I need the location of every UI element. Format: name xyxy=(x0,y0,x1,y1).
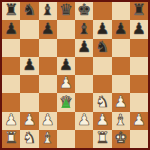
square-a1[interactable]: ♜ xyxy=(2,130,20,148)
square-e6[interactable]: ♟ xyxy=(75,39,93,57)
square-d3[interactable]: ♛ xyxy=(57,93,75,111)
square-a5[interactable] xyxy=(2,57,20,75)
square-d5[interactable]: ♟ xyxy=(57,57,75,75)
square-c7[interactable]: ♟ xyxy=(39,20,57,38)
square-g6[interactable] xyxy=(112,39,130,57)
white-pawn[interactable]: ♟ xyxy=(22,112,36,128)
square-b8[interactable]: ♞ xyxy=(20,2,38,20)
black-king[interactable]: ♚ xyxy=(77,3,91,19)
square-h5[interactable] xyxy=(130,57,148,75)
white-pawn[interactable]: ♟ xyxy=(59,76,73,92)
square-e3[interactable] xyxy=(75,93,93,111)
square-e1[interactable] xyxy=(75,130,93,148)
square-c4[interactable] xyxy=(39,75,57,93)
white-queen[interactable]: ♛ xyxy=(59,94,73,110)
white-king[interactable]: ♚ xyxy=(114,131,128,147)
square-d1[interactable] xyxy=(57,130,75,148)
square-f2[interactable]: ♟ xyxy=(93,112,111,130)
square-h8[interactable]: ♜ xyxy=(130,2,148,20)
square-a3[interactable] xyxy=(2,93,20,111)
white-pawn[interactable]: ♟ xyxy=(41,112,55,128)
square-f1[interactable]: ♜ xyxy=(93,130,111,148)
square-h6[interactable] xyxy=(130,39,148,57)
white-pawn[interactable]: ♟ xyxy=(77,112,91,128)
square-a6[interactable] xyxy=(2,39,20,57)
black-bishop[interactable]: ♝ xyxy=(77,21,91,37)
white-bishop[interactable]: ♝ xyxy=(41,131,55,147)
black-pawn[interactable]: ♟ xyxy=(4,21,18,37)
square-d2[interactable] xyxy=(57,112,75,130)
square-b5[interactable]: ♟ xyxy=(20,57,38,75)
square-g4[interactable] xyxy=(112,75,130,93)
square-f4[interactable] xyxy=(93,75,111,93)
white-pawn[interactable]: ♟ xyxy=(114,94,128,110)
square-g2[interactable]: ♝ xyxy=(112,112,130,130)
square-f5[interactable] xyxy=(93,57,111,75)
black-knight[interactable]: ♞ xyxy=(95,39,109,55)
square-h3[interactable] xyxy=(130,93,148,111)
white-knight[interactable]: ♞ xyxy=(95,94,109,110)
black-pawn[interactable]: ♟ xyxy=(114,21,128,37)
square-c1[interactable]: ♝ xyxy=(39,130,57,148)
square-c6[interactable] xyxy=(39,39,57,57)
black-queen[interactable]: ♛ xyxy=(59,3,73,19)
black-knight[interactable]: ♞ xyxy=(22,3,36,19)
square-h2[interactable]: ♟ xyxy=(130,112,148,130)
square-g8[interactable] xyxy=(112,2,130,20)
white-pawn[interactable]: ♟ xyxy=(132,112,146,128)
square-d8[interactable]: ♛ xyxy=(57,2,75,20)
square-d6[interactable] xyxy=(57,39,75,57)
square-d7[interactable] xyxy=(57,20,75,38)
square-f7[interactable]: ♟ xyxy=(93,20,111,38)
square-h1[interactable] xyxy=(130,130,148,148)
square-f3[interactable]: ♞ xyxy=(93,93,111,111)
square-h4[interactable] xyxy=(130,75,148,93)
square-c2[interactable]: ♟ xyxy=(39,112,57,130)
square-h7[interactable]: ♟ xyxy=(130,20,148,38)
square-b6[interactable] xyxy=(20,39,38,57)
square-b2[interactable]: ♟ xyxy=(20,112,38,130)
white-pawn[interactable]: ♟ xyxy=(95,112,109,128)
square-g3[interactable]: ♟ xyxy=(112,93,130,111)
square-f6[interactable]: ♞ xyxy=(93,39,111,57)
square-g1[interactable]: ♚ xyxy=(112,130,130,148)
black-rook[interactable]: ♜ xyxy=(4,3,18,19)
black-pawn[interactable]: ♟ xyxy=(132,21,146,37)
white-rook[interactable]: ♜ xyxy=(95,131,109,147)
square-a8[interactable]: ♜ xyxy=(2,2,20,20)
black-pawn[interactable]: ♟ xyxy=(95,21,109,37)
square-e7[interactable]: ♝ xyxy=(75,20,93,38)
white-pawn[interactable]: ♟ xyxy=(4,112,18,128)
square-e2[interactable]: ♟ xyxy=(75,112,93,130)
black-pawn[interactable]: ♟ xyxy=(77,39,91,55)
square-f8[interactable] xyxy=(93,2,111,20)
square-g7[interactable]: ♟ xyxy=(112,20,130,38)
square-a2[interactable]: ♟ xyxy=(2,112,20,130)
black-pawn[interactable]: ♟ xyxy=(59,58,73,74)
square-g5[interactable] xyxy=(112,57,130,75)
white-rook[interactable]: ♜ xyxy=(4,131,18,147)
square-b1[interactable]: ♞ xyxy=(20,130,38,148)
black-bishop[interactable]: ♝ xyxy=(41,3,55,19)
chess-board: ♜♞♝♛♚♜♟♟♝♟♟♟♟♞♟♟♟♛♞♟♟♟♟♟♟♝♟♜♞♝♜♚ xyxy=(2,2,148,148)
square-b7[interactable] xyxy=(20,20,38,38)
chess-board-frame: ♜♞♝♛♚♜♟♟♝♟♟♟♟♞♟♟♟♛♞♟♟♟♟♟♟♝♟♜♞♝♜♚ xyxy=(0,0,150,150)
black-pawn[interactable]: ♟ xyxy=(22,58,36,74)
square-a4[interactable] xyxy=(2,75,20,93)
white-bishop[interactable]: ♝ xyxy=(114,112,128,128)
square-b4[interactable] xyxy=(20,75,38,93)
square-c3[interactable] xyxy=(39,93,57,111)
black-rook[interactable]: ♜ xyxy=(132,3,146,19)
square-b3[interactable] xyxy=(20,93,38,111)
white-knight[interactable]: ♞ xyxy=(22,131,36,147)
square-e8[interactable]: ♚ xyxy=(75,2,93,20)
square-d4[interactable]: ♟ xyxy=(57,75,75,93)
square-e5[interactable] xyxy=(75,57,93,75)
square-c8[interactable]: ♝ xyxy=(39,2,57,20)
square-c5[interactable] xyxy=(39,57,57,75)
square-a7[interactable]: ♟ xyxy=(2,20,20,38)
square-e4[interactable] xyxy=(75,75,93,93)
black-pawn[interactable]: ♟ xyxy=(41,21,55,37)
